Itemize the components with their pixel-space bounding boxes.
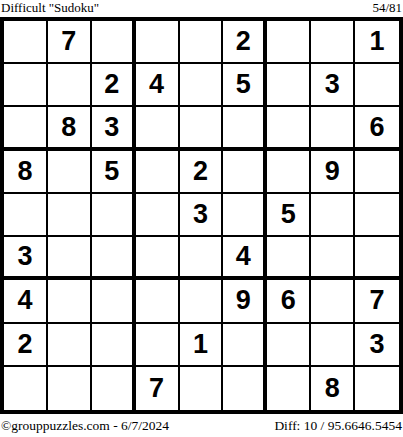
puzzle-title: Difficult "Sudoku" xyxy=(1,0,99,15)
sudoku-cell-r4c9[interactable] xyxy=(355,151,399,194)
sudoku-cell-r6c3[interactable] xyxy=(92,237,136,280)
sudoku-cell-r1c4[interactable] xyxy=(136,21,180,64)
sudoku-cell-r9c5[interactable] xyxy=(180,367,224,410)
sudoku-cell-r4c5[interactable]: 2 xyxy=(180,151,224,194)
sudoku-cell-r6c2[interactable] xyxy=(48,237,92,280)
sudoku-cell-r5c5[interactable]: 3 xyxy=(180,194,224,237)
sudoku-cell-r9c4[interactable]: 7 xyxy=(136,367,180,410)
sudoku-cell-r9c1[interactable] xyxy=(4,367,48,410)
sudoku-cell-r3c5[interactable] xyxy=(180,107,224,150)
sudoku-cell-r6c1[interactable]: 3 xyxy=(4,237,48,280)
sudoku-cell-r9c2[interactable] xyxy=(48,367,92,410)
sudoku-cell-r3c8[interactable] xyxy=(311,107,355,150)
sudoku-cell-r7c7[interactable]: 6 xyxy=(267,280,311,323)
sudoku-cell-r6c5[interactable] xyxy=(180,237,224,280)
sudoku-cell-r7c5[interactable] xyxy=(180,280,224,323)
sudoku-cell-r5c6[interactable] xyxy=(223,194,267,237)
sudoku-cell-r7c9[interactable]: 7 xyxy=(355,280,399,323)
sudoku-cell-r2c6[interactable]: 5 xyxy=(223,64,267,107)
sudoku-cell-r8c7[interactable] xyxy=(267,324,311,367)
sudoku-cell-r5c3[interactable] xyxy=(92,194,136,237)
sudoku-cell-r5c4[interactable] xyxy=(136,194,180,237)
sudoku-cell-r1c1[interactable] xyxy=(4,21,48,64)
sudoku-cell-r9c3[interactable] xyxy=(92,367,136,410)
page-footer: ©grouppuzzles.com - 6/7/2024 Diff: 10 / … xyxy=(0,414,403,437)
sudoku-cell-r9c8[interactable]: 8 xyxy=(311,367,355,410)
sudoku-cell-r8c1[interactable]: 2 xyxy=(4,324,48,367)
sudoku-cell-r5c7[interactable]: 5 xyxy=(267,194,311,237)
sudoku-cell-r2c7[interactable] xyxy=(267,64,311,107)
sudoku-cell-r7c2[interactable] xyxy=(48,280,92,323)
sudoku-cell-r4c3[interactable]: 5 xyxy=(92,151,136,194)
sudoku-cell-r8c3[interactable] xyxy=(92,324,136,367)
difficulty-text: Diff: 10 / 95.6646.5454 xyxy=(274,418,402,434)
sudoku-cell-r3c6[interactable] xyxy=(223,107,267,150)
sudoku-cell-r1c6[interactable]: 2 xyxy=(223,21,267,64)
sudoku-cell-r7c6[interactable]: 9 xyxy=(223,280,267,323)
sudoku-cell-r1c5[interactable] xyxy=(180,21,224,64)
sudoku-cell-r8c5[interactable]: 1 xyxy=(180,324,224,367)
sudoku-cell-r4c2[interactable] xyxy=(48,151,92,194)
sudoku-cell-r9c7[interactable] xyxy=(267,367,311,410)
sudoku-cell-r2c3[interactable]: 2 xyxy=(92,64,136,107)
sudoku-cell-r3c4[interactable] xyxy=(136,107,180,150)
sudoku-cell-r7c3[interactable] xyxy=(92,280,136,323)
sudoku-cell-r2c5[interactable] xyxy=(180,64,224,107)
sudoku-cell-r3c2[interactable]: 8 xyxy=(48,107,92,150)
sudoku-cell-r5c1[interactable] xyxy=(4,194,48,237)
sudoku-cell-r4c8[interactable]: 9 xyxy=(311,151,355,194)
sudoku-cell-r7c1[interactable]: 4 xyxy=(4,280,48,323)
sudoku-cell-r4c6[interactable] xyxy=(223,151,267,194)
copyright-text: ©grouppuzzles.com - 6/7/2024 xyxy=(1,418,169,434)
sudoku-page: Difficult "Sudoku" 54/81 721245383685293… xyxy=(0,0,403,437)
sudoku-cell-r8c4[interactable] xyxy=(136,324,180,367)
sudoku-cell-r6c9[interactable] xyxy=(355,237,399,280)
sudoku-board: 721245383685293534496721378 xyxy=(0,17,403,414)
sudoku-cell-r2c1[interactable] xyxy=(4,64,48,107)
sudoku-cell-r3c9[interactable]: 6 xyxy=(355,107,399,150)
sudoku-cell-r8c8[interactable] xyxy=(311,324,355,367)
sudoku-cell-r9c9[interactable] xyxy=(355,367,399,410)
cells-remaining-counter: 54/81 xyxy=(372,0,402,15)
sudoku-cell-r6c4[interactable] xyxy=(136,237,180,280)
sudoku-cell-r5c9[interactable] xyxy=(355,194,399,237)
sudoku-cell-r4c1[interactable]: 8 xyxy=(4,151,48,194)
sudoku-cell-r8c9[interactable]: 3 xyxy=(355,324,399,367)
sudoku-cell-r3c7[interactable] xyxy=(267,107,311,150)
sudoku-cell-r2c2[interactable] xyxy=(48,64,92,107)
sudoku-cell-r9c6[interactable] xyxy=(223,367,267,410)
sudoku-cell-r1c2[interactable]: 7 xyxy=(48,21,92,64)
sudoku-cell-r3c3[interactable]: 3 xyxy=(92,107,136,150)
sudoku-cell-r2c9[interactable] xyxy=(355,64,399,107)
page-header: Difficult "Sudoku" 54/81 xyxy=(0,0,403,17)
sudoku-cell-r5c2[interactable] xyxy=(48,194,92,237)
sudoku-cell-r3c1[interactable] xyxy=(4,107,48,150)
sudoku-cell-r7c8[interactable] xyxy=(311,280,355,323)
sudoku-cell-r2c8[interactable]: 3 xyxy=(311,64,355,107)
sudoku-cell-r6c6[interactable]: 4 xyxy=(223,237,267,280)
sudoku-cell-r1c9[interactable]: 1 xyxy=(355,21,399,64)
sudoku-cell-r1c8[interactable] xyxy=(311,21,355,64)
sudoku-cell-r6c7[interactable] xyxy=(267,237,311,280)
sudoku-cell-r5c8[interactable] xyxy=(311,194,355,237)
sudoku-cell-r7c4[interactable] xyxy=(136,280,180,323)
sudoku-cell-r4c4[interactable] xyxy=(136,151,180,194)
sudoku-cell-r4c7[interactable] xyxy=(267,151,311,194)
sudoku-cell-r1c3[interactable] xyxy=(92,21,136,64)
sudoku-cell-r8c2[interactable] xyxy=(48,324,92,367)
sudoku-cell-r8c6[interactable] xyxy=(223,324,267,367)
sudoku-cell-r6c8[interactable] xyxy=(311,237,355,280)
sudoku-cell-r2c4[interactable]: 4 xyxy=(136,64,180,107)
sudoku-cell-r1c7[interactable] xyxy=(267,21,311,64)
